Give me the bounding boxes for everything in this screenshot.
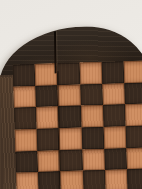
board-square-r2f3[interactable] [58,84,81,106]
board-square-r1f6[interactable] [124,61,142,83]
board-square-r4f6[interactable] [126,126,142,148]
board-square-r1f4[interactable] [79,62,102,84]
wall [0,0,142,189]
board [0,20,142,189]
board-square-r2f2[interactable] [36,85,59,107]
board-square-r5f4[interactable] [82,149,105,171]
board-square-r6f1[interactable] [16,172,39,189]
board-square-r5f5[interactable] [104,148,127,170]
board-square-r1f5[interactable] [101,61,124,83]
board-square-r4f5[interactable] [103,126,126,148]
board-square-r5f1[interactable] [15,151,38,173]
board-square-r4f2[interactable] [37,128,60,150]
board-square-r6f4[interactable] [83,170,106,189]
board-square-r3f1[interactable] [14,107,37,129]
board-square-r3f2[interactable] [36,107,59,129]
board-square-r2f6[interactable] [124,82,142,104]
board-square-r6f3[interactable] [60,171,83,189]
board-square-r1f1[interactable] [13,64,36,86]
board-square-r4f4[interactable] [81,127,104,149]
board-square-r5f3[interactable] [60,149,83,171]
board-square-r5f6[interactable] [126,147,142,169]
board-square-r6f5[interactable] [105,170,128,189]
board-square-r2f1[interactable] [13,86,36,108]
board-square-r3f6[interactable] [125,104,142,126]
board-square-r3f5[interactable] [103,105,126,127]
board-square-r5f2[interactable] [38,150,61,172]
board-square-r4f3[interactable] [59,128,82,150]
board-square-r3f4[interactable] [81,105,104,127]
board-square-r3f3[interactable] [58,106,81,128]
board-square-r2f5[interactable] [102,83,125,105]
checkerboard-grid [13,59,142,189]
board-square-r6f6[interactable] [127,169,142,189]
board-square-r1f3[interactable] [57,63,80,85]
board-square-r2f4[interactable] [80,84,103,106]
board-square-r4f1[interactable] [15,129,38,151]
